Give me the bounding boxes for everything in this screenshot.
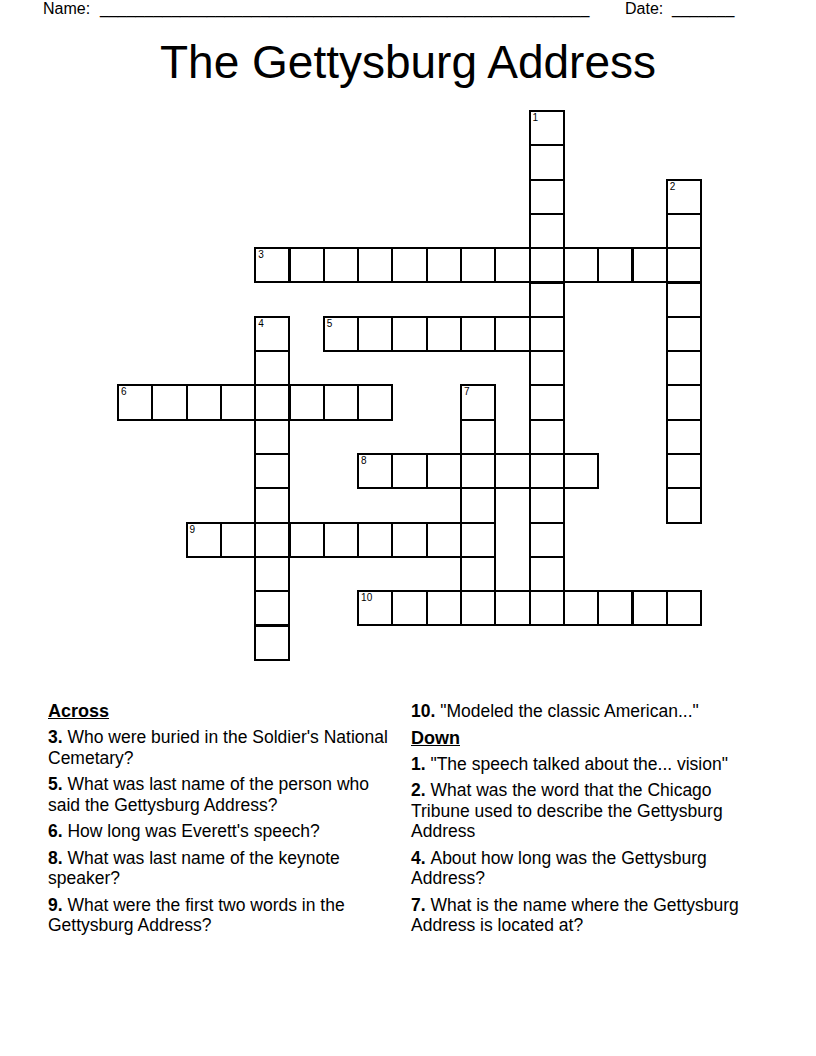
grid-cell[interactable]: [529, 522, 565, 558]
name-blank-line: ________________________________________…: [100, 0, 589, 18]
across-clue-list: 3. Who were buried in the Soldier's Nati…: [48, 727, 388, 936]
grid-cell[interactable]: [529, 282, 565, 318]
down-clues-column: 10. "Modeled the classic American..." Do…: [411, 701, 765, 942]
grid-cell[interactable]: [494, 316, 530, 352]
clue-text: What were the first two words in the Get…: [48, 895, 345, 936]
clue-item: 5. What was last name of the person who …: [48, 774, 388, 815]
crossword-worksheet: { "game": "crossword", "header": { "name…: [0, 0, 816, 1056]
grid-cell[interactable]: [666, 316, 702, 352]
clue-num: 9.: [48, 895, 67, 915]
grid-cell[interactable]: 10: [357, 590, 393, 626]
grid-cell[interactable]: [563, 247, 599, 283]
grid-cell[interactable]: [529, 556, 565, 592]
grid-cell[interactable]: 3: [254, 247, 290, 283]
grid-cell[interactable]: [563, 453, 599, 489]
grid-cell[interactable]: [597, 590, 633, 626]
grid-cell[interactable]: [220, 522, 256, 558]
grid-cell[interactable]: [254, 522, 290, 558]
grid-cell[interactable]: 7: [460, 384, 496, 420]
grid-cell[interactable]: [494, 453, 530, 489]
grid-cell[interactable]: [391, 247, 427, 283]
clue-item: 7. What is the name where the Gettysburg…: [411, 895, 765, 936]
clue-item: 1. "The speech talked about the... visio…: [411, 754, 765, 775]
grid-cell[interactable]: [357, 316, 393, 352]
clue-num: 1.: [411, 754, 430, 774]
grid-cell[interactable]: [460, 487, 496, 523]
grid-cell[interactable]: 2: [666, 179, 702, 215]
name-label: Name:: [43, 0, 90, 18]
grid-cell[interactable]: [426, 590, 462, 626]
clue-number: 3: [258, 249, 264, 261]
clue-num: 8.: [48, 848, 67, 868]
grid-cell[interactable]: [186, 384, 222, 420]
grid-cell[interactable]: [529, 350, 565, 386]
grid-cell[interactable]: [666, 247, 702, 283]
grid-cell[interactable]: [254, 350, 290, 386]
grid-cell[interactable]: [289, 247, 325, 283]
clue-number: 8: [361, 455, 367, 467]
clue-text: "Modeled the classic American...": [440, 701, 699, 721]
clue-item: 10. "Modeled the classic American...": [411, 701, 765, 722]
clue-item: 3. Who were buried in the Soldier's Nati…: [48, 727, 388, 768]
page-title: The Gettysburg Address: [0, 34, 816, 90]
clue-number: 5: [327, 318, 333, 330]
grid-cell[interactable]: [460, 419, 496, 455]
grid-cell[interactable]: 8: [357, 453, 393, 489]
grid-cell[interactable]: [289, 522, 325, 558]
grid-cell[interactable]: [254, 625, 290, 661]
clue-text: What is the name where the Gettysburg Ad…: [411, 895, 739, 936]
grid-cell[interactable]: [254, 590, 290, 626]
grid-cell[interactable]: [666, 453, 702, 489]
grid-cell[interactable]: [529, 144, 565, 180]
clue-num: 2.: [411, 780, 430, 800]
grid-cell[interactable]: [529, 247, 565, 283]
clue-number: 10: [361, 592, 372, 604]
grid-cell[interactable]: [460, 247, 496, 283]
grid-cell[interactable]: [426, 453, 462, 489]
grid-cell[interactable]: [529, 384, 565, 420]
grid-cell[interactable]: [632, 590, 668, 626]
grid-cell[interactable]: [460, 556, 496, 592]
grid-cell[interactable]: [529, 590, 565, 626]
clue-number: 6: [121, 386, 127, 398]
grid-cell[interactable]: 9: [186, 522, 222, 558]
grid-cell[interactable]: [254, 384, 290, 420]
down-heading: Down: [411, 728, 765, 749]
grid-cell[interactable]: [391, 316, 427, 352]
clue-text: "The speech talked about the... vision": [430, 754, 727, 774]
grid-cell[interactable]: [391, 590, 427, 626]
grid-cell[interactable]: [529, 316, 565, 352]
grid-cell[interactable]: 5: [323, 316, 359, 352]
grid-cell[interactable]: [426, 316, 462, 352]
across-clue-overflow: 10. "Modeled the classic American...": [411, 701, 765, 722]
grid-cell[interactable]: [666, 213, 702, 249]
grid-cell[interactable]: [254, 487, 290, 523]
grid-cell[interactable]: [666, 590, 702, 626]
grid-cell[interactable]: [151, 384, 187, 420]
clue-text: What was last name of the person who sai…: [48, 774, 369, 815]
clue-num: 5.: [48, 774, 67, 794]
grid-cell[interactable]: 6: [117, 384, 153, 420]
grid-cell[interactable]: [460, 453, 496, 489]
grid-cell[interactable]: [494, 590, 530, 626]
grid-cell[interactable]: [563, 590, 599, 626]
grid-cell[interactable]: [426, 522, 462, 558]
grid-cell[interactable]: [289, 384, 325, 420]
grid-cell[interactable]: [597, 247, 633, 283]
grid-cell[interactable]: [460, 316, 496, 352]
grid-cell[interactable]: [529, 419, 565, 455]
grid-cell[interactable]: [357, 247, 393, 283]
date-blank-line: _______: [672, 0, 734, 18]
grid-cell[interactable]: [254, 419, 290, 455]
clue-num: 6.: [48, 821, 67, 841]
grid-cell[interactable]: [529, 213, 565, 249]
across-clues-column: Across 3. Who were buried in the Soldier…: [48, 701, 388, 942]
grid-cell[interactable]: [529, 453, 565, 489]
grid-cell[interactable]: [666, 282, 702, 318]
grid-cell[interactable]: [529, 179, 565, 215]
clue-number: 1: [533, 112, 539, 124]
clue-num: 3.: [48, 727, 67, 747]
grid-cell[interactable]: [357, 522, 393, 558]
grid-cell[interactable]: [323, 384, 359, 420]
grid-cell[interactable]: [391, 522, 427, 558]
clue-num: 10.: [411, 701, 440, 721]
date-label: Date:: [625, 0, 663, 18]
clue-item: 2. What was the word that the Chicago Tr…: [411, 780, 765, 842]
clue-text: About how long was the Gettysburg Addres…: [411, 848, 707, 889]
clue-number: 4: [258, 318, 264, 330]
clue-item: 6. How long was Everett's speech?: [48, 821, 388, 842]
grid-cell[interactable]: [529, 487, 565, 523]
grid-cell[interactable]: [426, 247, 462, 283]
grid-cell[interactable]: [323, 522, 359, 558]
grid-cell[interactable]: [460, 590, 496, 626]
grid-cell[interactable]: [254, 556, 290, 592]
grid-cell[interactable]: [494, 247, 530, 283]
clue-item: 9. What were the first two words in the …: [48, 895, 388, 936]
grid-cell[interactable]: [666, 384, 702, 420]
grid-cell[interactable]: 1: [529, 110, 565, 146]
clue-item: 8. What was last name of the keynote spe…: [48, 848, 388, 889]
grid-cell[interactable]: [666, 419, 702, 455]
clue-text: What was the word that the Chicago Tribu…: [411, 780, 723, 841]
grid-cell[interactable]: 4: [254, 316, 290, 352]
grid-cell[interactable]: [220, 384, 256, 420]
grid-cell[interactable]: [632, 247, 668, 283]
down-clue-list: 1. "The speech talked about the... visio…: [411, 754, 765, 936]
grid-cell[interactable]: [391, 453, 427, 489]
clue-number: 2: [670, 181, 676, 193]
clue-text: What was last name of the keynote speake…: [48, 848, 340, 889]
clue-number: 7: [464, 386, 470, 398]
grid-cell[interactable]: [666, 487, 702, 523]
clue-text: How long was Everett's speech?: [67, 821, 319, 841]
clue-number: 9: [190, 524, 196, 536]
clue-num: 4.: [411, 848, 430, 868]
across-heading: Across: [48, 701, 388, 722]
grid-cell[interactable]: [666, 350, 702, 386]
clue-item: 4. About how long was the Gettysburg Add…: [411, 848, 765, 889]
grid-cell[interactable]: [254, 453, 290, 489]
grid-cell[interactable]: [323, 247, 359, 283]
clue-num: 7.: [411, 895, 430, 915]
grid-cell[interactable]: [460, 522, 496, 558]
clue-text: Who were buried in the Soldier's Nationa…: [48, 727, 388, 768]
grid-cell[interactable]: [357, 384, 393, 420]
